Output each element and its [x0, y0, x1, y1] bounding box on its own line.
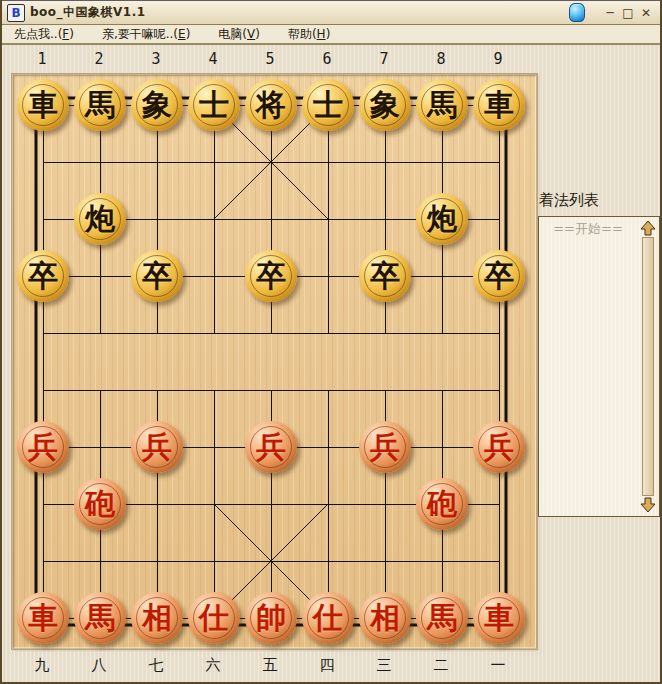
menu-bar: 先点我..(F) 亲,要干嘛呢..(E) 电脑(V) 帮助(H): [2, 25, 660, 45]
app-icon: B: [7, 4, 25, 22]
piece-glyph: 車: [484, 603, 514, 633]
piece-glyph: 卒: [370, 261, 400, 291]
file-label: 5: [257, 50, 283, 68]
piece-glyph: 卒: [142, 261, 172, 291]
menu-mnemonic: V: [247, 27, 255, 41]
move-list[interactable]: ==开始==: [538, 216, 660, 517]
menu-label: 帮助(: [288, 27, 317, 41]
piece-glyph: 炮: [427, 204, 457, 234]
piece-将-black[interactable]: 将: [245, 79, 297, 131]
piece-glyph: 相: [142, 603, 172, 633]
file-label: 1: [29, 50, 55, 68]
piece-馬-black[interactable]: 馬: [416, 79, 468, 131]
piece-glyph: 車: [28, 603, 58, 633]
menu-mnemonic: E: [178, 27, 186, 41]
piece-glyph: 馬: [427, 603, 457, 633]
piece-glyph: 卒: [256, 261, 286, 291]
menu-item-help[interactable]: 帮助(H): [284, 25, 334, 44]
piece-glyph: 兵: [142, 432, 172, 462]
file-label: 8: [428, 50, 454, 68]
piece-glyph: 卒: [484, 261, 514, 291]
piece-仕-red[interactable]: 仕: [188, 592, 240, 644]
file-label: 9: [485, 50, 511, 68]
scroll-up-icon[interactable]: [640, 220, 656, 236]
piece-砲-red[interactable]: 砲: [74, 478, 126, 530]
file-label: 7: [371, 50, 397, 68]
board-grid: [13, 75, 536, 648]
piece-馬-red[interactable]: 馬: [74, 592, 126, 644]
piece-車-red[interactable]: 車: [17, 592, 69, 644]
piece-士-black[interactable]: 士: [188, 79, 240, 131]
menu-label: ): [186, 27, 191, 41]
file-label: 三: [371, 656, 397, 675]
menu-item-file[interactable]: 先点我..(F): [10, 25, 78, 44]
menu-mnemonic: H: [317, 27, 326, 41]
piece-glyph: 兵: [28, 432, 58, 462]
file-label: 3: [143, 50, 169, 68]
close-button[interactable]: ✕: [637, 4, 655, 22]
scroll-down-icon[interactable]: [640, 497, 656, 513]
piece-炮-black[interactable]: 炮: [74, 193, 126, 245]
piece-卒-black[interactable]: 卒: [131, 250, 183, 302]
piece-glyph: 馬: [85, 90, 115, 120]
piece-炮-black[interactable]: 炮: [416, 193, 468, 245]
avatar-icon[interactable]: [569, 3, 585, 22]
top-file-labels: 123456789: [12, 50, 535, 70]
piece-士-black[interactable]: 士: [302, 79, 354, 131]
app-window: B boo_中国象棋V1.1 ─ □ ✕ 先点我..(F) 亲,要干嘛呢..(E…: [0, 0, 662, 684]
piece-馬-black[interactable]: 馬: [74, 79, 126, 131]
piece-卒-black[interactable]: 卒: [245, 250, 297, 302]
piece-兵-red[interactable]: 兵: [131, 421, 183, 473]
piece-glyph: 象: [370, 90, 400, 120]
menu-item-edit[interactable]: 亲,要干嘛呢..(E): [98, 25, 194, 44]
piece-glyph: 兵: [256, 432, 286, 462]
piece-glyph: 砲: [85, 489, 115, 519]
window-title: boo_中国象棋V1.1: [30, 4, 146, 21]
move-list-entries: ==开始==: [539, 219, 637, 239]
move-list-entry[interactable]: ==开始==: [539, 219, 637, 239]
piece-glyph: 将: [256, 90, 286, 120]
maximize-button[interactable]: □: [619, 4, 637, 22]
piece-兵-red[interactable]: 兵: [17, 421, 69, 473]
file-label: 4: [200, 50, 226, 68]
piece-兵-red[interactable]: 兵: [245, 421, 297, 473]
file-label: 五: [257, 656, 283, 675]
move-list-title: 着法列表: [539, 191, 599, 210]
piece-glyph: 士: [313, 90, 343, 120]
menu-label: ): [326, 27, 331, 41]
file-label: 二: [428, 656, 454, 675]
bottom-file-labels: 九八七六五四三二一: [12, 656, 535, 676]
piece-glyph: 象: [142, 90, 172, 120]
piece-卒-black[interactable]: 卒: [473, 250, 525, 302]
scrollbar-thumb[interactable]: [642, 237, 654, 496]
piece-glyph: 兵: [484, 432, 514, 462]
file-label: 一: [485, 656, 511, 675]
file-label: 七: [143, 656, 169, 675]
piece-車-black[interactable]: 車: [473, 79, 525, 131]
piece-仕-red[interactable]: 仕: [302, 592, 354, 644]
menu-label: 电脑(: [218, 27, 247, 41]
piece-glyph: 帥: [256, 603, 286, 633]
piece-相-red[interactable]: 相: [359, 592, 411, 644]
piece-glyph: 兵: [370, 432, 400, 462]
title-bar: B boo_中国象棋V1.1 ─ □ ✕: [2, 0, 660, 25]
file-label: 四: [314, 656, 340, 675]
menu-item-computer[interactable]: 电脑(V): [214, 25, 264, 44]
piece-glyph: 仕: [313, 603, 343, 633]
file-label: 6: [314, 50, 340, 68]
piece-glyph: 相: [370, 603, 400, 633]
menu-label: ): [69, 27, 74, 41]
piece-glyph: 車: [28, 90, 58, 120]
file-label: 2: [86, 50, 112, 68]
file-label: 八: [86, 656, 112, 675]
piece-glyph: 車: [484, 90, 514, 120]
piece-兵-red[interactable]: 兵: [359, 421, 411, 473]
piece-砲-red[interactable]: 砲: [416, 478, 468, 530]
piece-卒-black[interactable]: 卒: [359, 250, 411, 302]
file-label: 六: [200, 656, 226, 675]
minimize-button[interactable]: ─: [601, 4, 619, 22]
piece-glyph: 士: [199, 90, 229, 120]
piece-車-red[interactable]: 車: [473, 592, 525, 644]
piece-相-red[interactable]: 相: [131, 592, 183, 644]
piece-兵-red[interactable]: 兵: [473, 421, 525, 473]
piece-帥-red[interactable]: 帥: [245, 592, 297, 644]
piece-glyph: 炮: [85, 204, 115, 234]
menu-label: 亲,要干嘛呢..(: [102, 27, 178, 41]
piece-馬-red[interactable]: 馬: [416, 592, 468, 644]
menu-label: ): [255, 27, 260, 41]
piece-象-black[interactable]: 象: [131, 79, 183, 131]
piece-glyph: 馬: [85, 603, 115, 633]
piece-象-black[interactable]: 象: [359, 79, 411, 131]
file-label: 九: [29, 656, 55, 675]
piece-卒-black[interactable]: 卒: [17, 250, 69, 302]
xiangqi-board[interactable]: 車馬象士将士象馬車炮炮卒卒卒卒卒兵兵兵兵兵砲砲車馬相仕帥仕相馬車: [12, 74, 537, 649]
move-list-scrollbar[interactable]: [638, 218, 658, 515]
piece-車-black[interactable]: 車: [17, 79, 69, 131]
piece-glyph: 仕: [199, 603, 229, 633]
piece-glyph: 卒: [28, 261, 58, 291]
menu-label: 先点我..(: [14, 27, 62, 41]
piece-glyph: 砲: [427, 489, 457, 519]
piece-glyph: 馬: [427, 90, 457, 120]
